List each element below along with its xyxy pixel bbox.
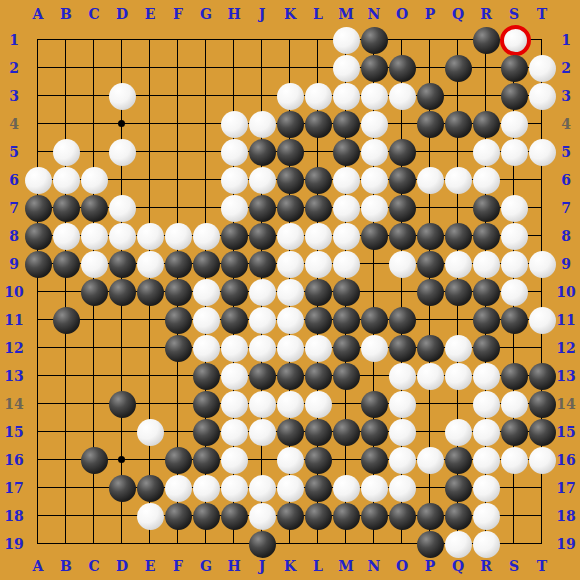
intersection-A11[interactable] bbox=[24, 306, 52, 334]
intersection-J5[interactable] bbox=[248, 138, 276, 166]
intersection-B3[interactable] bbox=[52, 82, 80, 110]
intersection-C18[interactable] bbox=[80, 502, 108, 530]
intersection-A13[interactable] bbox=[24, 362, 52, 390]
intersection-S1[interactable] bbox=[500, 26, 528, 54]
intersection-J12[interactable] bbox=[248, 334, 276, 362]
intersection-O18[interactable] bbox=[388, 502, 416, 530]
intersection-H19[interactable] bbox=[220, 530, 248, 558]
intersection-Q3[interactable] bbox=[444, 82, 472, 110]
intersection-N16[interactable] bbox=[360, 446, 388, 474]
intersection-B2[interactable] bbox=[52, 54, 80, 82]
intersection-H17[interactable] bbox=[220, 474, 248, 502]
intersection-F11[interactable] bbox=[164, 306, 192, 334]
intersection-S11[interactable] bbox=[500, 306, 528, 334]
intersection-L7[interactable] bbox=[304, 194, 332, 222]
intersection-J16[interactable] bbox=[248, 446, 276, 474]
intersection-H16[interactable] bbox=[220, 446, 248, 474]
intersection-S8[interactable] bbox=[500, 222, 528, 250]
intersection-B1[interactable] bbox=[52, 26, 80, 54]
intersection-N4[interactable] bbox=[360, 110, 388, 138]
intersection-M4[interactable] bbox=[332, 110, 360, 138]
intersection-B6[interactable] bbox=[52, 166, 80, 194]
intersection-A3[interactable] bbox=[24, 82, 52, 110]
intersection-R7[interactable] bbox=[472, 194, 500, 222]
intersection-L17[interactable] bbox=[304, 474, 332, 502]
intersection-J6[interactable] bbox=[248, 166, 276, 194]
intersection-B8[interactable] bbox=[52, 222, 80, 250]
intersection-M13[interactable] bbox=[332, 362, 360, 390]
intersection-L5[interactable] bbox=[304, 138, 332, 166]
intersection-C8[interactable] bbox=[80, 222, 108, 250]
intersection-A6[interactable] bbox=[24, 166, 52, 194]
intersection-N5[interactable] bbox=[360, 138, 388, 166]
intersection-J18[interactable] bbox=[248, 502, 276, 530]
intersection-P3[interactable] bbox=[416, 82, 444, 110]
intersection-B16[interactable] bbox=[52, 446, 80, 474]
intersection-N19[interactable] bbox=[360, 530, 388, 558]
intersection-G10[interactable] bbox=[192, 278, 220, 306]
intersection-N10[interactable] bbox=[360, 278, 388, 306]
intersection-P9[interactable] bbox=[416, 250, 444, 278]
intersection-E4[interactable] bbox=[136, 110, 164, 138]
intersection-C10[interactable] bbox=[80, 278, 108, 306]
intersection-O5[interactable] bbox=[388, 138, 416, 166]
intersection-A18[interactable] bbox=[24, 502, 52, 530]
intersection-D2[interactable] bbox=[108, 54, 136, 82]
intersection-O14[interactable] bbox=[388, 390, 416, 418]
intersection-Q14[interactable] bbox=[444, 390, 472, 418]
intersection-G18[interactable] bbox=[192, 502, 220, 530]
intersection-C5[interactable] bbox=[80, 138, 108, 166]
intersection-B5[interactable] bbox=[52, 138, 80, 166]
intersection-J10[interactable] bbox=[248, 278, 276, 306]
intersection-M16[interactable] bbox=[332, 446, 360, 474]
intersection-L10[interactable] bbox=[304, 278, 332, 306]
intersection-H5[interactable] bbox=[220, 138, 248, 166]
intersection-B11[interactable] bbox=[52, 306, 80, 334]
intersection-P4[interactable] bbox=[416, 110, 444, 138]
intersection-M8[interactable] bbox=[332, 222, 360, 250]
intersection-J15[interactable] bbox=[248, 418, 276, 446]
intersection-E13[interactable] bbox=[136, 362, 164, 390]
intersection-D19[interactable] bbox=[108, 530, 136, 558]
intersection-H3[interactable] bbox=[220, 82, 248, 110]
intersection-B7[interactable] bbox=[52, 194, 80, 222]
intersection-E2[interactable] bbox=[136, 54, 164, 82]
intersection-F2[interactable] bbox=[164, 54, 192, 82]
intersection-K6[interactable] bbox=[276, 166, 304, 194]
intersection-G6[interactable] bbox=[192, 166, 220, 194]
intersection-L15[interactable] bbox=[304, 418, 332, 446]
intersection-P17[interactable] bbox=[416, 474, 444, 502]
intersection-E3[interactable] bbox=[136, 82, 164, 110]
intersection-N17[interactable] bbox=[360, 474, 388, 502]
intersection-E11[interactable] bbox=[136, 306, 164, 334]
intersection-A15[interactable] bbox=[24, 418, 52, 446]
intersection-D6[interactable] bbox=[108, 166, 136, 194]
intersection-R10[interactable] bbox=[472, 278, 500, 306]
intersection-O15[interactable] bbox=[388, 418, 416, 446]
intersection-L11[interactable] bbox=[304, 306, 332, 334]
intersection-Q8[interactable] bbox=[444, 222, 472, 250]
intersection-F13[interactable] bbox=[164, 362, 192, 390]
intersection-M3[interactable] bbox=[332, 82, 360, 110]
intersection-N8[interactable] bbox=[360, 222, 388, 250]
intersection-R9[interactable] bbox=[472, 250, 500, 278]
intersection-L2[interactable] bbox=[304, 54, 332, 82]
intersection-J3[interactable] bbox=[248, 82, 276, 110]
intersection-F12[interactable] bbox=[164, 334, 192, 362]
intersection-P15[interactable] bbox=[416, 418, 444, 446]
intersection-L18[interactable] bbox=[304, 502, 332, 530]
intersection-M18[interactable] bbox=[332, 502, 360, 530]
intersection-R6[interactable] bbox=[472, 166, 500, 194]
intersection-D4[interactable] bbox=[108, 110, 136, 138]
intersection-A14[interactable] bbox=[24, 390, 52, 418]
intersection-O2[interactable] bbox=[388, 54, 416, 82]
intersection-R14[interactable] bbox=[472, 390, 500, 418]
intersection-C19[interactable] bbox=[80, 530, 108, 558]
intersection-J13[interactable] bbox=[248, 362, 276, 390]
intersection-K11[interactable] bbox=[276, 306, 304, 334]
intersection-A12[interactable] bbox=[24, 334, 52, 362]
intersection-D16[interactable] bbox=[108, 446, 136, 474]
intersection-P8[interactable] bbox=[416, 222, 444, 250]
intersection-A7[interactable] bbox=[24, 194, 52, 222]
intersection-M9[interactable] bbox=[332, 250, 360, 278]
intersection-K9[interactable] bbox=[276, 250, 304, 278]
intersection-E1[interactable] bbox=[136, 26, 164, 54]
intersection-D17[interactable] bbox=[108, 474, 136, 502]
intersection-H1[interactable] bbox=[220, 26, 248, 54]
intersection-E7[interactable] bbox=[136, 194, 164, 222]
intersection-L14[interactable] bbox=[304, 390, 332, 418]
intersection-G16[interactable] bbox=[192, 446, 220, 474]
intersection-C12[interactable] bbox=[80, 334, 108, 362]
intersection-N11[interactable] bbox=[360, 306, 388, 334]
intersection-E15[interactable] bbox=[136, 418, 164, 446]
intersection-Q17[interactable] bbox=[444, 474, 472, 502]
intersection-Q1[interactable] bbox=[444, 26, 472, 54]
intersection-F6[interactable] bbox=[164, 166, 192, 194]
intersection-S3[interactable] bbox=[500, 82, 528, 110]
intersection-R11[interactable] bbox=[472, 306, 500, 334]
intersection-O8[interactable] bbox=[388, 222, 416, 250]
intersection-B18[interactable] bbox=[52, 502, 80, 530]
intersection-Q6[interactable] bbox=[444, 166, 472, 194]
intersection-D1[interactable] bbox=[108, 26, 136, 54]
intersection-O4[interactable] bbox=[388, 110, 416, 138]
intersection-H15[interactable] bbox=[220, 418, 248, 446]
intersection-Q9[interactable] bbox=[444, 250, 472, 278]
intersection-K2[interactable] bbox=[276, 54, 304, 82]
intersection-L6[interactable] bbox=[304, 166, 332, 194]
intersection-S2[interactable] bbox=[500, 54, 528, 82]
intersection-C9[interactable] bbox=[80, 250, 108, 278]
intersection-N3[interactable] bbox=[360, 82, 388, 110]
intersection-G5[interactable] bbox=[192, 138, 220, 166]
intersection-Q4[interactable] bbox=[444, 110, 472, 138]
intersection-G4[interactable] bbox=[192, 110, 220, 138]
intersection-R19[interactable] bbox=[472, 530, 500, 558]
intersection-L9[interactable] bbox=[304, 250, 332, 278]
intersection-G19[interactable] bbox=[192, 530, 220, 558]
intersection-G3[interactable] bbox=[192, 82, 220, 110]
intersection-N13[interactable] bbox=[360, 362, 388, 390]
intersection-L16[interactable] bbox=[304, 446, 332, 474]
intersection-M11[interactable] bbox=[332, 306, 360, 334]
intersection-B15[interactable] bbox=[52, 418, 80, 446]
intersection-A9[interactable] bbox=[24, 250, 52, 278]
intersection-R15[interactable] bbox=[472, 418, 500, 446]
intersection-F8[interactable] bbox=[164, 222, 192, 250]
intersection-Q16[interactable] bbox=[444, 446, 472, 474]
intersection-E9[interactable] bbox=[136, 250, 164, 278]
intersection-K19[interactable] bbox=[276, 530, 304, 558]
intersection-N18[interactable] bbox=[360, 502, 388, 530]
intersection-N7[interactable] bbox=[360, 194, 388, 222]
intersection-F14[interactable] bbox=[164, 390, 192, 418]
intersection-J17[interactable] bbox=[248, 474, 276, 502]
intersection-K8[interactable] bbox=[276, 222, 304, 250]
intersection-D15[interactable] bbox=[108, 418, 136, 446]
intersection-F1[interactable] bbox=[164, 26, 192, 54]
intersection-E17[interactable] bbox=[136, 474, 164, 502]
intersection-G17[interactable] bbox=[192, 474, 220, 502]
intersection-O19[interactable] bbox=[388, 530, 416, 558]
intersection-B17[interactable] bbox=[52, 474, 80, 502]
intersection-G1[interactable] bbox=[192, 26, 220, 54]
intersection-R2[interactable] bbox=[472, 54, 500, 82]
intersection-H12[interactable] bbox=[220, 334, 248, 362]
intersection-A10[interactable] bbox=[24, 278, 52, 306]
intersection-S13[interactable] bbox=[500, 362, 528, 390]
intersection-J9[interactable] bbox=[248, 250, 276, 278]
intersection-G14[interactable] bbox=[192, 390, 220, 418]
intersection-G9[interactable] bbox=[192, 250, 220, 278]
intersection-D3[interactable] bbox=[108, 82, 136, 110]
intersection-B4[interactable] bbox=[52, 110, 80, 138]
intersection-F7[interactable] bbox=[164, 194, 192, 222]
intersection-N1[interactable] bbox=[360, 26, 388, 54]
intersection-E8[interactable] bbox=[136, 222, 164, 250]
intersection-S19[interactable] bbox=[500, 530, 528, 558]
intersection-B12[interactable] bbox=[52, 334, 80, 362]
intersection-R4[interactable] bbox=[472, 110, 500, 138]
intersection-D12[interactable] bbox=[108, 334, 136, 362]
intersection-H11[interactable] bbox=[220, 306, 248, 334]
intersection-L13[interactable] bbox=[304, 362, 332, 390]
intersection-C3[interactable] bbox=[80, 82, 108, 110]
intersection-R8[interactable] bbox=[472, 222, 500, 250]
intersection-C7[interactable] bbox=[80, 194, 108, 222]
intersection-R1[interactable] bbox=[472, 26, 500, 54]
intersection-S4[interactable] bbox=[500, 110, 528, 138]
intersection-Q12[interactable] bbox=[444, 334, 472, 362]
intersection-G8[interactable] bbox=[192, 222, 220, 250]
intersection-S6[interactable] bbox=[500, 166, 528, 194]
intersection-H4[interactable] bbox=[220, 110, 248, 138]
intersection-A16[interactable] bbox=[24, 446, 52, 474]
intersection-G13[interactable] bbox=[192, 362, 220, 390]
intersection-A19[interactable] bbox=[24, 530, 52, 558]
intersection-E19[interactable] bbox=[136, 530, 164, 558]
intersection-J1[interactable] bbox=[248, 26, 276, 54]
intersection-O12[interactable] bbox=[388, 334, 416, 362]
intersection-P19[interactable] bbox=[416, 530, 444, 558]
intersection-S18[interactable] bbox=[500, 502, 528, 530]
intersection-N14[interactable] bbox=[360, 390, 388, 418]
intersection-B9[interactable] bbox=[52, 250, 80, 278]
intersection-J7[interactable] bbox=[248, 194, 276, 222]
intersection-R12[interactable] bbox=[472, 334, 500, 362]
intersection-S14[interactable] bbox=[500, 390, 528, 418]
intersection-P16[interactable] bbox=[416, 446, 444, 474]
intersection-K17[interactable] bbox=[276, 474, 304, 502]
intersection-N12[interactable] bbox=[360, 334, 388, 362]
go-board[interactable] bbox=[24, 26, 556, 558]
intersection-G12[interactable] bbox=[192, 334, 220, 362]
intersection-P18[interactable] bbox=[416, 502, 444, 530]
intersection-L3[interactable] bbox=[304, 82, 332, 110]
intersection-C6[interactable] bbox=[80, 166, 108, 194]
intersection-N6[interactable] bbox=[360, 166, 388, 194]
intersection-M7[interactable] bbox=[332, 194, 360, 222]
intersection-H10[interactable] bbox=[220, 278, 248, 306]
intersection-C11[interactable] bbox=[80, 306, 108, 334]
intersection-O1[interactable] bbox=[388, 26, 416, 54]
intersection-S5[interactable] bbox=[500, 138, 528, 166]
intersection-D8[interactable] bbox=[108, 222, 136, 250]
intersection-R16[interactable] bbox=[472, 446, 500, 474]
intersection-N2[interactable] bbox=[360, 54, 388, 82]
intersection-C4[interactable] bbox=[80, 110, 108, 138]
intersection-G11[interactable] bbox=[192, 306, 220, 334]
intersection-O16[interactable] bbox=[388, 446, 416, 474]
intersection-B19[interactable] bbox=[52, 530, 80, 558]
intersection-M19[interactable] bbox=[332, 530, 360, 558]
intersection-D13[interactable] bbox=[108, 362, 136, 390]
intersection-O13[interactable] bbox=[388, 362, 416, 390]
intersection-Q7[interactable] bbox=[444, 194, 472, 222]
intersection-P14[interactable] bbox=[416, 390, 444, 418]
intersection-A2[interactable] bbox=[24, 54, 52, 82]
intersection-M10[interactable] bbox=[332, 278, 360, 306]
intersection-Q18[interactable] bbox=[444, 502, 472, 530]
intersection-O11[interactable] bbox=[388, 306, 416, 334]
intersection-K15[interactable] bbox=[276, 418, 304, 446]
intersection-F15[interactable] bbox=[164, 418, 192, 446]
intersection-K3[interactable] bbox=[276, 82, 304, 110]
intersection-M14[interactable] bbox=[332, 390, 360, 418]
intersection-O6[interactable] bbox=[388, 166, 416, 194]
intersection-P5[interactable] bbox=[416, 138, 444, 166]
intersection-L8[interactable] bbox=[304, 222, 332, 250]
intersection-O9[interactable] bbox=[388, 250, 416, 278]
intersection-B10[interactable] bbox=[52, 278, 80, 306]
intersection-F16[interactable] bbox=[164, 446, 192, 474]
intersection-F18[interactable] bbox=[164, 502, 192, 530]
intersection-M17[interactable] bbox=[332, 474, 360, 502]
intersection-S12[interactable] bbox=[500, 334, 528, 362]
intersection-L12[interactable] bbox=[304, 334, 332, 362]
intersection-K14[interactable] bbox=[276, 390, 304, 418]
intersection-D14[interactable] bbox=[108, 390, 136, 418]
intersection-P1[interactable] bbox=[416, 26, 444, 54]
intersection-P13[interactable] bbox=[416, 362, 444, 390]
intersection-H18[interactable] bbox=[220, 502, 248, 530]
intersection-J14[interactable] bbox=[248, 390, 276, 418]
intersection-R3[interactable] bbox=[472, 82, 500, 110]
intersection-D11[interactable] bbox=[108, 306, 136, 334]
intersection-K13[interactable] bbox=[276, 362, 304, 390]
intersection-D9[interactable] bbox=[108, 250, 136, 278]
intersection-F4[interactable] bbox=[164, 110, 192, 138]
intersection-P10[interactable] bbox=[416, 278, 444, 306]
intersection-H9[interactable] bbox=[220, 250, 248, 278]
intersection-K18[interactable] bbox=[276, 502, 304, 530]
intersection-C17[interactable] bbox=[80, 474, 108, 502]
intersection-Q19[interactable] bbox=[444, 530, 472, 558]
intersection-A17[interactable] bbox=[24, 474, 52, 502]
intersection-K12[interactable] bbox=[276, 334, 304, 362]
intersection-J8[interactable] bbox=[248, 222, 276, 250]
intersection-E10[interactable] bbox=[136, 278, 164, 306]
intersection-N15[interactable] bbox=[360, 418, 388, 446]
intersection-P6[interactable] bbox=[416, 166, 444, 194]
intersection-S16[interactable] bbox=[500, 446, 528, 474]
intersection-B14[interactable] bbox=[52, 390, 80, 418]
intersection-L19[interactable] bbox=[304, 530, 332, 558]
intersection-K7[interactable] bbox=[276, 194, 304, 222]
intersection-D10[interactable] bbox=[108, 278, 136, 306]
intersection-Q13[interactable] bbox=[444, 362, 472, 390]
intersection-J4[interactable] bbox=[248, 110, 276, 138]
intersection-H8[interactable] bbox=[220, 222, 248, 250]
intersection-K10[interactable] bbox=[276, 278, 304, 306]
intersection-R5[interactable] bbox=[472, 138, 500, 166]
intersection-M1[interactable] bbox=[332, 26, 360, 54]
intersection-F9[interactable] bbox=[164, 250, 192, 278]
intersection-O17[interactable] bbox=[388, 474, 416, 502]
intersection-J11[interactable] bbox=[248, 306, 276, 334]
intersection-H7[interactable] bbox=[220, 194, 248, 222]
intersection-L4[interactable] bbox=[304, 110, 332, 138]
intersection-S10[interactable] bbox=[500, 278, 528, 306]
intersection-K16[interactable] bbox=[276, 446, 304, 474]
intersection-A1[interactable] bbox=[24, 26, 52, 54]
intersection-C2[interactable] bbox=[80, 54, 108, 82]
intersection-R18[interactable] bbox=[472, 502, 500, 530]
intersection-A4[interactable] bbox=[24, 110, 52, 138]
intersection-J19[interactable] bbox=[248, 530, 276, 558]
intersection-L1[interactable] bbox=[304, 26, 332, 54]
intersection-O7[interactable] bbox=[388, 194, 416, 222]
intersection-H6[interactable] bbox=[220, 166, 248, 194]
intersection-P2[interactable] bbox=[416, 54, 444, 82]
intersection-Q5[interactable] bbox=[444, 138, 472, 166]
intersection-Q10[interactable] bbox=[444, 278, 472, 306]
intersection-A5[interactable] bbox=[24, 138, 52, 166]
intersection-A8[interactable] bbox=[24, 222, 52, 250]
intersection-S17[interactable] bbox=[500, 474, 528, 502]
intersection-Q11[interactable] bbox=[444, 306, 472, 334]
intersection-E14[interactable] bbox=[136, 390, 164, 418]
intersection-E5[interactable] bbox=[136, 138, 164, 166]
intersection-F5[interactable] bbox=[164, 138, 192, 166]
intersection-O3[interactable] bbox=[388, 82, 416, 110]
intersection-J2[interactable] bbox=[248, 54, 276, 82]
